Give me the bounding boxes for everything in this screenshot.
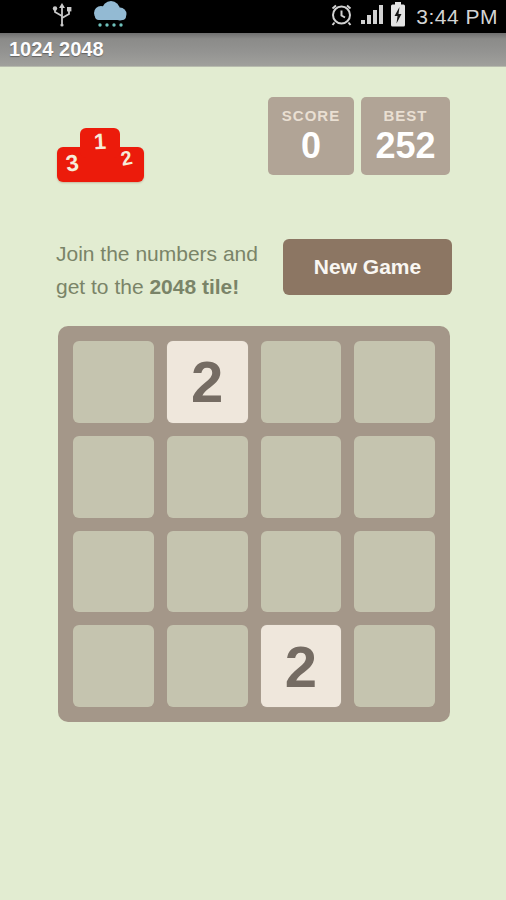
podium-number-1: 1	[93, 131, 106, 154]
battery-charging-icon	[389, 1, 407, 32]
board-cell	[261, 341, 342, 423]
status-icons-right: 3:44 PM	[328, 1, 506, 32]
intro-line2-prefix: get to the	[56, 275, 149, 298]
score-box: SCORE 0	[268, 97, 354, 175]
action-bar: 1024 2048	[0, 33, 506, 67]
board-cell	[73, 341, 154, 423]
alarm-clock-icon	[328, 1, 355, 32]
board-cell	[261, 531, 342, 613]
board-cell	[354, 436, 435, 518]
app-title: 1024 2048	[0, 38, 104, 61]
board-cell	[167, 436, 248, 518]
best-box: BEST 252	[361, 97, 450, 175]
best-label: BEST	[383, 107, 427, 124]
best-value: 252	[375, 125, 435, 167]
intro-text: Join the numbers and get to the 2048 til…	[56, 237, 276, 303]
clock-time: 3:44 PM	[412, 5, 498, 29]
board-cell	[354, 531, 435, 613]
board-cell	[354, 625, 435, 707]
board[interactable]: 22	[58, 326, 450, 722]
board-cell	[354, 341, 435, 423]
rain-cloud-icon	[88, 1, 132, 33]
score-value: 0	[301, 125, 321, 167]
board-cell	[73, 531, 154, 613]
new-game-button[interactable]: New Game	[283, 239, 452, 295]
signal-bars-icon	[360, 3, 384, 31]
intro-line1: Join the numbers and	[56, 242, 258, 265]
board-cell	[73, 436, 154, 518]
board-cell	[167, 531, 248, 613]
board-cell	[261, 436, 342, 518]
board-cell	[167, 625, 248, 707]
tile-2: 2	[167, 341, 248, 423]
status-icons-left	[0, 1, 132, 33]
intro-goal-text: 2048 tile!	[149, 275, 239, 298]
podium-logo-icon: 1 3 2	[56, 128, 146, 184]
score-label: SCORE	[282, 107, 340, 124]
board-cell	[73, 625, 154, 707]
tile-2: 2	[261, 625, 342, 707]
app-screen: 3:44 PM 1024 2048 1 3 2 SCORE 0 BEST 252…	[0, 0, 506, 900]
status-bar: 3:44 PM	[0, 0, 506, 33]
usb-icon	[50, 2, 74, 32]
